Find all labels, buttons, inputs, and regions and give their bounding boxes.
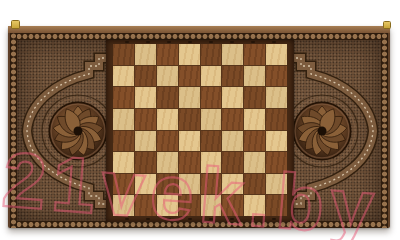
square-g4 bbox=[244, 131, 265, 152]
square-c3 bbox=[157, 152, 178, 173]
square-d2 bbox=[179, 174, 200, 195]
square-c8 bbox=[157, 44, 178, 65]
coordinate-mark bbox=[209, 41, 213, 44]
square-d7 bbox=[179, 66, 200, 87]
brass-hinge-left bbox=[11, 20, 20, 29]
rosette-right bbox=[294, 103, 351, 160]
square-b6 bbox=[135, 87, 156, 108]
square-g2 bbox=[244, 174, 265, 195]
square-g7 bbox=[244, 66, 265, 87]
photo-background: 21vek.by bbox=[0, 0, 400, 240]
square-a5 bbox=[113, 109, 134, 130]
square-f3 bbox=[222, 152, 243, 173]
square-a2 bbox=[113, 174, 134, 195]
square-g3 bbox=[244, 152, 265, 173]
square-c4 bbox=[157, 131, 178, 152]
square-b4 bbox=[135, 131, 156, 152]
coordinate-mark bbox=[146, 218, 150, 221]
square-h6 bbox=[266, 87, 287, 108]
square-g8 bbox=[244, 44, 265, 65]
coordinate-mark bbox=[272, 41, 276, 44]
coordinate-marks-bottom bbox=[106, 216, 294, 222]
square-f7 bbox=[222, 66, 243, 87]
coordinate-mark bbox=[167, 41, 171, 44]
square-d3 bbox=[179, 152, 200, 173]
square-c5 bbox=[157, 109, 178, 130]
coordinate-mark bbox=[125, 41, 129, 44]
square-h8 bbox=[266, 44, 287, 65]
coordinate-mark bbox=[230, 218, 234, 221]
square-g1 bbox=[244, 195, 265, 216]
bead-border-top bbox=[10, 33, 388, 40]
left-ornament-panel bbox=[17, 40, 106, 221]
chessboard bbox=[113, 44, 287, 216]
square-a6 bbox=[113, 87, 134, 108]
square-f4 bbox=[222, 131, 243, 152]
square-b8 bbox=[135, 44, 156, 65]
square-e6 bbox=[201, 87, 222, 108]
square-c1 bbox=[157, 195, 178, 216]
top-wood-rim bbox=[8, 26, 390, 33]
coordinate-mark bbox=[167, 218, 171, 221]
square-f6 bbox=[222, 87, 243, 108]
coordinate-mark bbox=[272, 218, 276, 221]
bead-border-left bbox=[10, 33, 17, 228]
square-g5 bbox=[244, 109, 265, 130]
right-ornament-panel bbox=[294, 40, 383, 221]
square-d8 bbox=[179, 44, 200, 65]
square-b7 bbox=[135, 66, 156, 87]
coordinate-mark bbox=[188, 41, 192, 44]
square-a7 bbox=[113, 66, 134, 87]
chessboard-panel bbox=[106, 40, 294, 222]
square-b1 bbox=[135, 195, 156, 216]
square-f8 bbox=[222, 44, 243, 65]
square-c6 bbox=[157, 87, 178, 108]
square-h4 bbox=[266, 131, 287, 152]
ogee-arch-carving-right bbox=[294, 40, 383, 221]
square-d5 bbox=[179, 109, 200, 130]
brass-hinge-right bbox=[383, 21, 391, 29]
square-a3 bbox=[113, 152, 134, 173]
square-d1 bbox=[179, 195, 200, 216]
square-h1 bbox=[266, 195, 287, 216]
coordinate-mark bbox=[209, 218, 213, 221]
square-f1 bbox=[222, 195, 243, 216]
square-e7 bbox=[201, 66, 222, 87]
square-b2 bbox=[135, 174, 156, 195]
square-e4 bbox=[201, 131, 222, 152]
rosette-left bbox=[50, 103, 107, 160]
square-f5 bbox=[222, 109, 243, 130]
square-h2 bbox=[266, 174, 287, 195]
square-e1 bbox=[201, 195, 222, 216]
coordinate-mark bbox=[251, 218, 255, 221]
square-b3 bbox=[135, 152, 156, 173]
square-a8 bbox=[113, 44, 134, 65]
square-c7 bbox=[157, 66, 178, 87]
chess-backgammon-case bbox=[8, 26, 390, 228]
square-b5 bbox=[135, 109, 156, 130]
bead-border-bottom bbox=[10, 221, 388, 228]
square-h5 bbox=[266, 109, 287, 130]
ogee-arch-carving-left bbox=[17, 40, 106, 221]
square-c2 bbox=[157, 174, 178, 195]
square-d6 bbox=[179, 87, 200, 108]
square-e3 bbox=[201, 152, 222, 173]
coordinate-mark bbox=[188, 218, 192, 221]
square-h3 bbox=[266, 152, 287, 173]
coordinate-mark bbox=[251, 41, 255, 44]
square-a4 bbox=[113, 131, 134, 152]
square-e8 bbox=[201, 44, 222, 65]
coordinate-mark bbox=[146, 41, 150, 44]
square-e5 bbox=[201, 109, 222, 130]
square-g6 bbox=[244, 87, 265, 108]
square-a1 bbox=[113, 195, 134, 216]
square-h7 bbox=[266, 66, 287, 87]
square-e2 bbox=[201, 174, 222, 195]
coordinate-mark bbox=[230, 41, 234, 44]
square-d4 bbox=[179, 131, 200, 152]
coordinate-mark bbox=[125, 218, 129, 221]
square-f2 bbox=[222, 174, 243, 195]
